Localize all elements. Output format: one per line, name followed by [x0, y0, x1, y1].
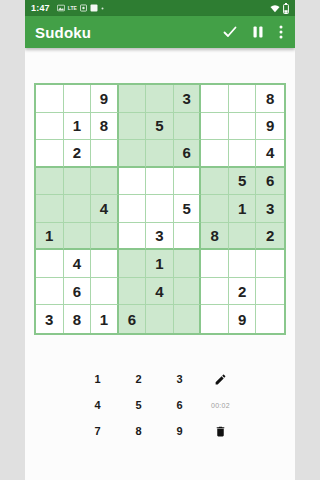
cell-r6c7[interactable]: 8 — [201, 223, 229, 251]
cell-r4c5[interactable] — [146, 168, 174, 196]
cell-r4c6[interactable] — [174, 168, 202, 196]
cell-r7c9[interactable] — [256, 250, 284, 278]
numpad-4[interactable]: 4 — [94, 399, 100, 411]
numpad-7[interactable]: 7 — [94, 425, 100, 437]
cell-r9c5[interactable] — [146, 305, 174, 333]
square-icon — [90, 4, 98, 12]
cell-r4c1[interactable] — [36, 168, 64, 196]
cell-r9c4[interactable]: 6 — [119, 305, 147, 333]
cell-r3c9[interactable]: 4 — [256, 140, 284, 168]
sudoku-board: 938185926456451313824164238169 — [34, 83, 286, 335]
cell-r8c8[interactable]: 2 — [229, 278, 257, 306]
cell-r6c6[interactable] — [174, 223, 202, 251]
check-button[interactable] — [221, 24, 239, 40]
status-bar: 1:47 LTE — [25, 0, 295, 16]
cell-r7c7[interactable] — [201, 250, 229, 278]
cell-r6c1[interactable]: 1 — [36, 223, 64, 251]
check-icon — [223, 26, 237, 38]
cell-r9c9[interactable] — [256, 305, 284, 333]
cell-r8c3[interactable] — [91, 278, 119, 306]
cell-r5c4[interactable] — [119, 195, 147, 223]
cell-r8c9[interactable] — [256, 278, 284, 306]
trash-button[interactable] — [212, 423, 229, 440]
cell-r5c8[interactable]: 1 — [229, 195, 257, 223]
cell-r9c8[interactable]: 9 — [229, 305, 257, 333]
cell-r7c6[interactable] — [174, 250, 202, 278]
cell-r7c5[interactable]: 1 — [146, 250, 174, 278]
page-title: Sudoku — [35, 24, 91, 41]
cell-r9c1[interactable]: 3 — [36, 305, 64, 333]
trash-icon — [214, 425, 227, 438]
cell-r4c9[interactable]: 6 — [256, 168, 284, 196]
cell-r5c9[interactable]: 3 — [256, 195, 284, 223]
cell-r5c3[interactable]: 4 — [91, 195, 119, 223]
cell-r1c1[interactable] — [36, 85, 64, 113]
cell-r8c4[interactable] — [119, 278, 147, 306]
cell-r2c7[interactable] — [201, 113, 229, 141]
cell-r5c1[interactable] — [36, 195, 64, 223]
number-pad: 00:02 123456789 — [77, 366, 241, 444]
cell-r3c7[interactable] — [201, 140, 229, 168]
pencil-button[interactable] — [212, 371, 229, 388]
cell-r6c2[interactable] — [64, 223, 92, 251]
cell-r6c5[interactable]: 3 — [146, 223, 174, 251]
cell-r1c4[interactable] — [119, 85, 147, 113]
cell-r9c7[interactable] — [201, 305, 229, 333]
notification-icons: LTE — [57, 4, 104, 12]
cell-r7c2[interactable]: 4 — [64, 250, 92, 278]
cell-r8c1[interactable] — [36, 278, 64, 306]
cell-r6c4[interactable] — [119, 223, 147, 251]
overflow-menu-button[interactable] — [277, 23, 285, 41]
battery-icon — [283, 3, 289, 14]
app-bar: Sudoku — [25, 16, 295, 48]
cell-r4c4[interactable] — [119, 168, 147, 196]
pause-button[interactable] — [251, 24, 265, 40]
cell-r8c5[interactable]: 4 — [146, 278, 174, 306]
lte-indicator: LTE — [68, 5, 77, 11]
cell-r2c9[interactable]: 9 — [256, 113, 284, 141]
cell-r2c8[interactable] — [229, 113, 257, 141]
cell-r2c6[interactable] — [174, 113, 202, 141]
cell-r1c3[interactable]: 9 — [91, 85, 119, 113]
image-icon — [57, 4, 65, 12]
cell-r5c6[interactable]: 5 — [174, 195, 202, 223]
cell-r1c2[interactable] — [64, 85, 92, 113]
numpad-9[interactable]: 9 — [176, 425, 182, 437]
cell-r1c9[interactable]: 8 — [256, 85, 284, 113]
cell-r9c2[interactable]: 8 — [64, 305, 92, 333]
cell-r2c1[interactable] — [36, 113, 64, 141]
cell-r5c7[interactable] — [201, 195, 229, 223]
cell-r6c9[interactable]: 2 — [256, 223, 284, 251]
app-box-icon — [80, 4, 87, 12]
wifi-icon — [270, 4, 280, 13]
cell-r8c2[interactable]: 6 — [64, 278, 92, 306]
cell-r4c3[interactable] — [91, 168, 119, 196]
cell-r4c8[interactable]: 5 — [229, 168, 257, 196]
cell-r9c6[interactable] — [174, 305, 202, 333]
cell-r3c3[interactable] — [91, 140, 119, 168]
pause-icon — [253, 26, 263, 38]
overflow-menu-icon — [279, 25, 283, 39]
numpad-1[interactable]: 1 — [94, 373, 100, 385]
cell-r4c2[interactable] — [64, 168, 92, 196]
cell-r6c3[interactable] — [91, 223, 119, 251]
timer: 00:02 — [211, 402, 230, 409]
cell-r8c6[interactable] — [174, 278, 202, 306]
cell-r5c5[interactable] — [146, 195, 174, 223]
phone-screen: 1:47 LTE Sudoku 938185926 — [25, 0, 295, 480]
cell-r1c7[interactable] — [201, 85, 229, 113]
cell-r2c3[interactable]: 8 — [91, 113, 119, 141]
cell-r3c4[interactable] — [119, 140, 147, 168]
cell-r4c7[interactable] — [201, 168, 229, 196]
cell-r6c8[interactable] — [229, 223, 257, 251]
cell-r9c3[interactable]: 1 — [91, 305, 119, 333]
dot-icon — [101, 7, 104, 10]
cell-r1c5[interactable] — [146, 85, 174, 113]
cell-r1c8[interactable] — [229, 85, 257, 113]
cell-r7c3[interactable] — [91, 250, 119, 278]
cell-r3c2[interactable]: 2 — [64, 140, 92, 168]
cell-r7c4[interactable] — [119, 250, 147, 278]
cell-r2c2[interactable]: 1 — [64, 113, 92, 141]
cell-r3c6[interactable]: 6 — [174, 140, 202, 168]
status-time: 1:47 — [31, 3, 50, 13]
cell-r5c2[interactable] — [64, 195, 92, 223]
status-right-icons — [270, 3, 289, 14]
cell-r7c8[interactable] — [229, 250, 257, 278]
cell-r2c5[interactable]: 5 — [146, 113, 174, 141]
numpad-3[interactable]: 3 — [176, 373, 182, 385]
numpad-5[interactable]: 5 — [135, 399, 141, 411]
cell-r1c6[interactable]: 3 — [174, 85, 202, 113]
cell-r3c5[interactable] — [146, 140, 174, 168]
cell-r8c7[interactable] — [201, 278, 229, 306]
cell-r7c1[interactable] — [36, 250, 64, 278]
numpad-6[interactable]: 6 — [176, 399, 182, 411]
cell-r2c4[interactable] — [119, 113, 147, 141]
cell-r3c8[interactable] — [229, 140, 257, 168]
numpad-2[interactable]: 2 — [135, 373, 141, 385]
cell-r3c1[interactable] — [36, 140, 64, 168]
pencil-icon — [214, 373, 227, 386]
numpad-8[interactable]: 8 — [135, 425, 141, 437]
